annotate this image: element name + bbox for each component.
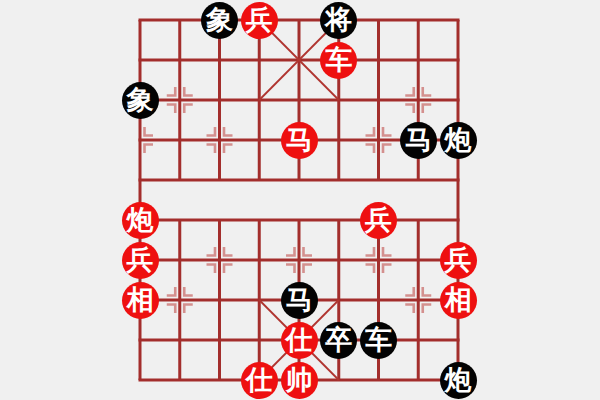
piece-black-cannon[interactable]: 炮 bbox=[440, 122, 477, 159]
piece-black-horse[interactable]: 马 bbox=[400, 122, 437, 159]
piece-red-cannon[interactable]: 炮 bbox=[122, 202, 159, 239]
piece-red-soldier[interactable]: 兵 bbox=[122, 242, 159, 279]
piece-red-advisor[interactable]: 仕 bbox=[281, 322, 318, 359]
piece-red-horse[interactable]: 马 bbox=[281, 122, 318, 159]
piece-black-general[interactable]: 将 bbox=[320, 2, 357, 39]
piece-red-general[interactable]: 帅 bbox=[281, 362, 318, 399]
piece-red-soldier[interactable]: 兵 bbox=[241, 2, 278, 39]
xiangqi-board[interactable]: 象兵将车象马马炮炮兵兵兵相马相仕卒车仕帅炮 bbox=[0, 0, 600, 400]
piece-black-cannon[interactable]: 炮 bbox=[440, 362, 477, 399]
piece-black-soldier[interactable]: 卒 bbox=[320, 322, 357, 359]
piece-red-soldier[interactable]: 兵 bbox=[360, 202, 397, 239]
piece-black-elephant[interactable]: 象 bbox=[122, 82, 159, 119]
piece-black-chariot[interactable]: 车 bbox=[360, 322, 397, 359]
piece-black-elephant[interactable]: 象 bbox=[201, 2, 238, 39]
piece-red-elephant[interactable]: 相 bbox=[122, 282, 159, 319]
piece-red-advisor[interactable]: 仕 bbox=[241, 362, 278, 399]
piece-red-elephant[interactable]: 相 bbox=[440, 282, 477, 319]
piece-red-soldier[interactable]: 兵 bbox=[440, 242, 477, 279]
piece-black-horse[interactable]: 马 bbox=[281, 282, 318, 319]
piece-red-chariot[interactable]: 车 bbox=[320, 42, 357, 79]
